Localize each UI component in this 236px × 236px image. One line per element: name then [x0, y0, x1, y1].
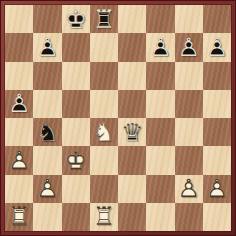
square-g3[interactable]: [175, 146, 203, 174]
square-g4[interactable]: [175, 118, 203, 146]
square-a4[interactable]: [5, 118, 33, 146]
square-c1[interactable]: [62, 203, 90, 231]
square-g8[interactable]: [175, 5, 203, 33]
piece-black-pawn: ♟♙: [146, 33, 174, 61]
square-c6[interactable]: [62, 62, 90, 90]
square-h3[interactable]: [203, 146, 231, 174]
piece-white-pawn: ♟♙: [33, 175, 61, 203]
piece-black-pawn: ♟♙: [5, 90, 33, 118]
square-a8[interactable]: [5, 5, 33, 33]
square-c3[interactable]: ♚♔: [62, 146, 90, 174]
square-d6[interactable]: [90, 62, 118, 90]
square-a6[interactable]: [5, 62, 33, 90]
square-a7[interactable]: [5, 33, 33, 61]
square-e5[interactable]: [118, 90, 146, 118]
square-f7[interactable]: ♟♙: [146, 33, 174, 61]
square-b8[interactable]: [33, 5, 61, 33]
square-g5[interactable]: [175, 90, 203, 118]
square-d4[interactable]: ♞♘: [90, 118, 118, 146]
piece-white-pawn: ♟♙: [175, 175, 203, 203]
square-b2[interactable]: ♟♙: [33, 175, 61, 203]
square-e3[interactable]: [118, 146, 146, 174]
square-e1[interactable]: [118, 203, 146, 231]
square-h5[interactable]: [203, 90, 231, 118]
square-c8[interactable]: ♚♔: [62, 5, 90, 33]
square-h2[interactable]: ♟♙: [203, 175, 231, 203]
square-a3[interactable]: ♟♙: [5, 146, 33, 174]
piece-black-pawn: ♟♙: [203, 33, 231, 61]
square-d7[interactable]: [90, 33, 118, 61]
square-c7[interactable]: [62, 33, 90, 61]
square-f1[interactable]: [146, 203, 174, 231]
square-a1[interactable]: ♜♖: [5, 203, 33, 231]
square-h1[interactable]: [203, 203, 231, 231]
piece-white-king: ♚♔: [62, 146, 90, 174]
piece-white-pawn: ♟♙: [5, 146, 33, 174]
square-c4[interactable]: [62, 118, 90, 146]
piece-black-rook: ♜♖: [90, 5, 118, 33]
square-d3[interactable]: [90, 146, 118, 174]
chess-board: ♚♔♜♖♟♙♟♙♟♙♟♙♟♙♞♘♞♘♛♕♟♙♚♔♟♙♟♙♟♙♜♖♜♖: [5, 5, 231, 231]
square-d2[interactable]: [90, 175, 118, 203]
square-e2[interactable]: [118, 175, 146, 203]
square-d1[interactable]: ♜♖: [90, 203, 118, 231]
square-d8[interactable]: ♜♖: [90, 5, 118, 33]
square-e6[interactable]: [118, 62, 146, 90]
piece-black-king: ♚♔: [62, 5, 90, 33]
square-c2[interactable]: [62, 175, 90, 203]
piece-white-rook: ♜♖: [5, 203, 33, 231]
square-h4[interactable]: [203, 118, 231, 146]
square-d5[interactable]: [90, 90, 118, 118]
square-g6[interactable]: [175, 62, 203, 90]
square-b5[interactable]: [33, 90, 61, 118]
square-f8[interactable]: [146, 5, 174, 33]
piece-black-queen: ♛♕: [118, 118, 146, 146]
square-b3[interactable]: [33, 146, 61, 174]
square-h6[interactable]: [203, 62, 231, 90]
piece-white-knight: ♞♘: [90, 118, 118, 146]
square-g7[interactable]: ♟♙: [175, 33, 203, 61]
piece-black-knight: ♞♘: [33, 118, 61, 146]
square-b4[interactable]: ♞♘: [33, 118, 61, 146]
square-f6[interactable]: [146, 62, 174, 90]
piece-white-pawn: ♟♙: [203, 175, 231, 203]
square-e8[interactable]: [118, 5, 146, 33]
piece-black-pawn: ♟♙: [175, 33, 203, 61]
square-f3[interactable]: [146, 146, 174, 174]
square-f4[interactable]: [146, 118, 174, 146]
square-a2[interactable]: [5, 175, 33, 203]
piece-white-rook: ♜♖: [90, 203, 118, 231]
piece-black-pawn: ♟♙: [33, 33, 61, 61]
square-b7[interactable]: ♟♙: [33, 33, 61, 61]
square-h8[interactable]: [203, 5, 231, 33]
square-h7[interactable]: ♟♙: [203, 33, 231, 61]
square-f2[interactable]: [146, 175, 174, 203]
square-a5[interactable]: ♟♙: [5, 90, 33, 118]
square-e7[interactable]: [118, 33, 146, 61]
square-c5[interactable]: [62, 90, 90, 118]
square-b1[interactable]: [33, 203, 61, 231]
square-g2[interactable]: ♟♙: [175, 175, 203, 203]
square-e4[interactable]: ♛♕: [118, 118, 146, 146]
square-b6[interactable]: [33, 62, 61, 90]
board-frame: ♚♔♜♖♟♙♟♙♟♙♟♙♟♙♞♘♞♘♛♕♟♙♚♔♟♙♟♙♟♙♜♖♜♖: [0, 0, 236, 236]
square-f5[interactable]: [146, 90, 174, 118]
square-g1[interactable]: [175, 203, 203, 231]
